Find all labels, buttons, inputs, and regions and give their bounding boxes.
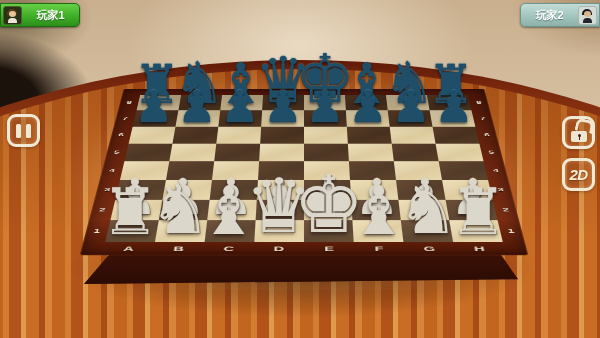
player2-avatar-face — [584, 11, 591, 17]
piece-blue-pawn-e7[interactable]: ♟ — [305, 82, 346, 128]
player1-avatar — [3, 6, 22, 25]
blue-pawn-glyph: ♟ — [263, 84, 302, 128]
piece-white-knight-g1[interactable]: ♞ — [400, 182, 456, 244]
square-h5[interactable] — [436, 144, 484, 162]
player1-avatar-body — [8, 18, 17, 23]
view-2d-toggle-button[interactable]: 2D — [562, 158, 595, 191]
piece-blue-pawn-h7[interactable]: ♟ — [433, 82, 474, 128]
blue-pawn-glyph: ♟ — [220, 84, 259, 128]
square-g5[interactable] — [392, 144, 439, 162]
blue-pawn-glyph: ♟ — [434, 84, 473, 128]
player2-avatar-body — [583, 18, 592, 23]
player1-avatar-face — [9, 11, 16, 17]
player2-avatar — [578, 6, 597, 25]
piece-white-rook-a1[interactable]: ♜ — [104, 186, 156, 244]
lock-body-icon — [571, 131, 587, 142]
view-2d-label: 2D — [569, 166, 587, 183]
piece-blue-pawn-c7[interactable]: ♟ — [219, 82, 260, 128]
square-c5[interactable] — [214, 144, 260, 162]
rank-label-left-6: 6 — [109, 127, 133, 144]
pause-button[interactable] — [7, 114, 40, 147]
square-b5[interactable] — [169, 144, 216, 162]
rank-label-left-5: 5 — [104, 144, 128, 162]
square-a5[interactable] — [124, 144, 172, 162]
player2-name: 玩家2 — [521, 8, 578, 23]
player2-banner[interactable]: 玩家2 — [520, 3, 600, 27]
piece-blue-pawn-a7[interactable]: ♟ — [133, 82, 174, 128]
game-stage: 8877665544332211ABCDEFGH ♜♞♝♛♚♝♞♜♟♟♟♟♟♟♟… — [0, 0, 600, 338]
piece-blue-pawn-d7[interactable]: ♟ — [262, 82, 303, 128]
white-rook-glyph: ♜ — [449, 180, 506, 244]
blue-pawn-glyph: ♟ — [349, 84, 388, 128]
blue-pawn-glyph: ♟ — [134, 84, 173, 128]
piece-blue-pawn-f7[interactable]: ♟ — [348, 82, 389, 128]
blue-pawn-glyph: ♟ — [177, 84, 216, 128]
piece-blue-pawn-g7[interactable]: ♟ — [390, 82, 431, 128]
pause-icon — [26, 124, 31, 138]
blue-pawn-glyph: ♟ — [391, 84, 430, 128]
keyhole-icon — [578, 134, 581, 137]
blue-pawn-glyph: ♟ — [306, 84, 345, 128]
camera-lock-button[interactable] — [562, 116, 595, 149]
player1-banner[interactable]: 玩家1 — [0, 3, 80, 27]
pause-icon — [16, 124, 21, 138]
player1-name: 玩家1 — [22, 8, 79, 23]
piece-white-rook-h1[interactable]: ♜ — [452, 186, 504, 244]
piece-blue-pawn-b7[interactable]: ♟ — [176, 82, 217, 128]
